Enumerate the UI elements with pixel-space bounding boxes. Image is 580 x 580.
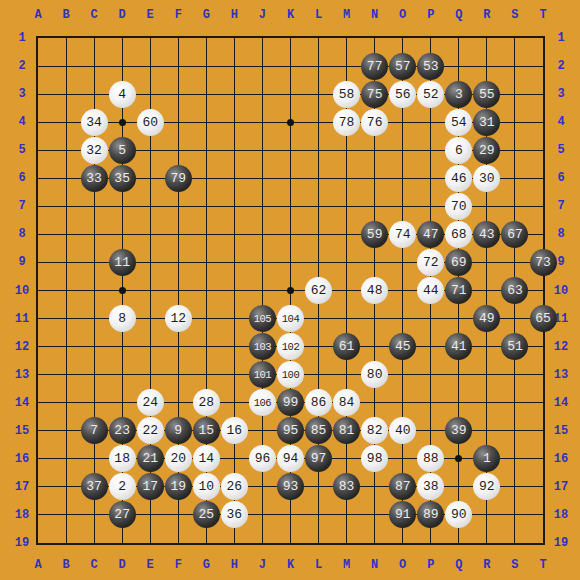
- stone-J14: 106: [249, 389, 276, 416]
- stone-number: 98: [367, 451, 383, 466]
- stone-D5: 5: [109, 137, 136, 164]
- col-label-top-G: G: [194, 8, 218, 22]
- stone-number: 9: [174, 423, 182, 438]
- stone-number: 2: [118, 479, 126, 494]
- col-label-top-K: K: [279, 8, 303, 22]
- stone-number: 41: [451, 339, 467, 354]
- stone-D15: 23: [109, 417, 136, 444]
- stone-number: 92: [479, 479, 495, 494]
- stone-number: 93: [283, 479, 299, 494]
- stone-number: 94: [283, 451, 299, 466]
- row-label-left-7: 7: [10, 199, 34, 213]
- stone-number: 24: [142, 395, 158, 410]
- stone-R5: 29: [473, 137, 500, 164]
- stone-number: 52: [423, 87, 439, 102]
- stone-number: 28: [199, 395, 215, 410]
- row-label-left-3: 3: [10, 87, 34, 101]
- stone-number: 8: [118, 311, 126, 326]
- stone-G14: 28: [193, 389, 220, 416]
- stone-number: 7: [90, 423, 98, 438]
- col-label-bottom-Q: Q: [447, 558, 471, 572]
- stone-M4: 78: [333, 109, 360, 136]
- col-label-bottom-P: P: [419, 558, 443, 572]
- stone-number: 25: [199, 507, 215, 522]
- stone-number: 76: [367, 115, 383, 130]
- stone-P2: 53: [417, 53, 444, 80]
- row-label-left-4: 4: [10, 115, 34, 129]
- stone-E15: 22: [137, 417, 164, 444]
- col-label-bottom-C: C: [82, 558, 106, 572]
- stone-K11: 104: [277, 305, 304, 332]
- stone-M3: 58: [333, 81, 360, 108]
- stone-D3: 4: [109, 81, 136, 108]
- star-point-D4: [119, 119, 126, 126]
- stone-E14: 24: [137, 389, 164, 416]
- stone-number: 95: [283, 423, 299, 438]
- stone-number: 1: [483, 451, 491, 466]
- col-label-top-J: J: [250, 8, 274, 22]
- row-label-left-19: 19: [10, 536, 34, 550]
- stone-number: 63: [507, 283, 523, 298]
- row-label-right-10: 10: [549, 284, 573, 298]
- stone-number: 33: [86, 171, 102, 186]
- stone-number: 45: [395, 339, 411, 354]
- stone-number: 49: [479, 311, 495, 326]
- stone-P9: 72: [417, 249, 444, 276]
- stone-N2: 77: [361, 53, 388, 80]
- stone-number: 79: [170, 171, 186, 186]
- stone-number: 51: [507, 339, 523, 354]
- stone-D16: 18: [109, 445, 136, 472]
- row-label-left-13: 13: [10, 368, 34, 382]
- stone-number: 89: [423, 507, 439, 522]
- stone-number: 97: [311, 451, 327, 466]
- row-label-left-1: 1: [10, 31, 34, 45]
- row-label-right-12: 12: [549, 340, 573, 354]
- stone-C17: 37: [81, 473, 108, 500]
- col-label-bottom-J: J: [250, 558, 274, 572]
- stone-number: 101: [254, 369, 271, 381]
- row-label-right-5: 5: [549, 143, 573, 157]
- stone-number: 65: [535, 311, 551, 326]
- stone-number: 46: [451, 171, 467, 186]
- row-label-right-8: 8: [549, 227, 573, 241]
- stone-F6: 79: [165, 165, 192, 192]
- stone-number: 88: [423, 451, 439, 466]
- star-point-K4: [287, 119, 294, 126]
- stone-number: 32: [86, 143, 102, 158]
- stone-number: 17: [142, 479, 158, 494]
- col-label-bottom-S: S: [503, 558, 527, 572]
- col-label-bottom-G: G: [194, 558, 218, 572]
- stone-number: 68: [451, 227, 467, 242]
- col-label-bottom-L: L: [307, 558, 331, 572]
- col-label-top-A: A: [26, 8, 50, 22]
- stone-number: 87: [395, 479, 411, 494]
- stone-E16: 21: [137, 445, 164, 472]
- row-label-left-9: 9: [10, 255, 34, 269]
- grid-line-v-O: [402, 38, 403, 543]
- col-label-top-S: S: [503, 8, 527, 22]
- stone-number: 11: [114, 255, 130, 270]
- col-label-top-D: D: [110, 8, 134, 22]
- col-label-top-P: P: [419, 8, 443, 22]
- stone-D6: 35: [109, 165, 136, 192]
- stone-Q4: 54: [445, 109, 472, 136]
- stone-number: 74: [395, 227, 411, 242]
- stone-number: 22: [142, 423, 158, 438]
- row-label-right-6: 6: [549, 171, 573, 185]
- stone-number: 15: [199, 423, 215, 438]
- stone-number: 31: [479, 115, 495, 130]
- stone-D18: 27: [109, 501, 136, 528]
- stone-number: 58: [339, 87, 355, 102]
- stone-O2: 57: [389, 53, 416, 80]
- col-label-bottom-B: B: [54, 558, 78, 572]
- col-label-bottom-T: T: [531, 558, 555, 572]
- col-label-bottom-R: R: [475, 558, 499, 572]
- col-label-top-M: M: [335, 8, 359, 22]
- row-label-right-2: 2: [549, 59, 573, 73]
- stone-G16: 14: [193, 445, 220, 472]
- row-label-left-2: 2: [10, 59, 34, 73]
- stone-number: 77: [367, 59, 383, 74]
- star-point-K10: [287, 287, 294, 294]
- stone-number: 106: [254, 397, 271, 409]
- stone-J12: 103: [249, 333, 276, 360]
- col-label-top-C: C: [82, 8, 106, 22]
- row-label-right-1: 1: [549, 31, 573, 45]
- col-label-top-Q: Q: [447, 8, 471, 22]
- stone-number: 12: [170, 311, 186, 326]
- stone-L10: 62: [305, 277, 332, 304]
- stone-number: 73: [535, 255, 551, 270]
- stone-Q5: 6: [445, 137, 472, 164]
- stone-number: 48: [367, 283, 383, 298]
- stone-G15: 15: [193, 417, 220, 444]
- stone-N4: 76: [361, 109, 388, 136]
- row-label-right-18: 18: [549, 508, 573, 522]
- row-label-left-18: 18: [10, 508, 34, 522]
- stone-F15: 9: [165, 417, 192, 444]
- col-label-bottom-H: H: [222, 558, 246, 572]
- stone-C6: 33: [81, 165, 108, 192]
- stone-number: 85: [311, 423, 327, 438]
- stone-T9: 73: [530, 249, 557, 276]
- stone-number: 71: [451, 283, 467, 298]
- col-label-top-L: L: [307, 8, 331, 22]
- stone-number: 6: [455, 143, 463, 158]
- stone-J11: 105: [249, 305, 276, 332]
- row-label-left-16: 16: [10, 452, 34, 466]
- stone-number: 34: [86, 115, 102, 130]
- stone-K12: 102: [277, 333, 304, 360]
- stone-O3: 56: [389, 81, 416, 108]
- stone-number: 59: [367, 227, 383, 242]
- go-board: AA11BB22CC33DD44EE55FF66GG77HH88JJ99KK10…: [0, 0, 580, 580]
- stone-number: 18: [114, 451, 130, 466]
- stone-number: 16: [227, 423, 243, 438]
- stone-number: 82: [367, 423, 383, 438]
- col-label-bottom-E: E: [138, 558, 162, 572]
- row-label-left-10: 10: [10, 284, 34, 298]
- stone-K13: 100: [277, 361, 304, 388]
- row-label-left-12: 12: [10, 340, 34, 354]
- stone-Q7: 70: [445, 193, 472, 220]
- stone-number: 90: [451, 507, 467, 522]
- col-label-bottom-K: K: [279, 558, 303, 572]
- col-label-top-N: N: [363, 8, 387, 22]
- stone-number: 105: [254, 313, 271, 325]
- stone-F17: 19: [165, 473, 192, 500]
- stone-E4: 60: [137, 109, 164, 136]
- stone-number: 99: [283, 395, 299, 410]
- row-label-left-15: 15: [10, 424, 34, 438]
- stone-number: 29: [479, 143, 495, 158]
- stone-number: 4: [118, 87, 126, 102]
- stone-number: 91: [395, 507, 411, 522]
- stone-number: 67: [507, 227, 523, 242]
- stone-number: 14: [199, 451, 215, 466]
- stone-number: 62: [311, 283, 327, 298]
- stone-number: 81: [339, 423, 355, 438]
- stone-T11: 65: [530, 305, 557, 332]
- stone-number: 70: [451, 199, 467, 214]
- row-label-left-8: 8: [10, 227, 34, 241]
- stone-number: 37: [86, 479, 102, 494]
- stone-number: 54: [451, 115, 467, 130]
- stone-R3: 55: [473, 81, 500, 108]
- stone-R6: 30: [473, 165, 500, 192]
- col-label-top-R: R: [475, 8, 499, 22]
- col-label-bottom-D: D: [110, 558, 134, 572]
- stone-H15: 16: [221, 417, 248, 444]
- stone-number: 102: [282, 341, 299, 353]
- col-label-bottom-F: F: [166, 558, 190, 572]
- stone-number: 27: [114, 507, 130, 522]
- stone-number: 3: [455, 87, 463, 102]
- stone-number: 44: [423, 283, 439, 298]
- stone-E17: 17: [137, 473, 164, 500]
- stone-P3: 52: [417, 81, 444, 108]
- stone-number: 84: [339, 395, 355, 410]
- stone-number: 26: [227, 479, 243, 494]
- stone-J13: 101: [249, 361, 276, 388]
- stone-C15: 7: [81, 417, 108, 444]
- row-label-right-13: 13: [549, 368, 573, 382]
- stone-number: 57: [395, 59, 411, 74]
- stone-number: 86: [311, 395, 327, 410]
- row-label-right-7: 7: [549, 199, 573, 213]
- stone-number: 53: [423, 59, 439, 74]
- col-label-bottom-M: M: [335, 558, 359, 572]
- row-label-right-3: 3: [549, 87, 573, 101]
- row-label-right-17: 17: [549, 480, 573, 494]
- stone-Q8: 68: [445, 221, 472, 248]
- stone-number: 40: [395, 423, 411, 438]
- stone-number: 83: [339, 479, 355, 494]
- col-label-bottom-A: A: [26, 558, 50, 572]
- stone-number: 96: [255, 451, 271, 466]
- row-label-right-19: 19: [549, 536, 573, 550]
- stone-number: 47: [423, 227, 439, 242]
- stone-N10: 48: [361, 277, 388, 304]
- stone-D17: 2: [109, 473, 136, 500]
- stone-N3: 75: [361, 81, 388, 108]
- stone-F16: 20: [165, 445, 192, 472]
- star-point-D10: [119, 287, 126, 294]
- stone-number: 19: [170, 479, 186, 494]
- col-label-top-B: B: [54, 8, 78, 22]
- col-label-bottom-O: O: [391, 558, 415, 572]
- stone-O8: 74: [389, 221, 416, 248]
- col-label-top-F: F: [166, 8, 190, 22]
- row-label-left-6: 6: [10, 171, 34, 185]
- stone-number: 43: [479, 227, 495, 242]
- stone-number: 75: [367, 87, 383, 102]
- stone-number: 60: [142, 115, 158, 130]
- stone-number: 61: [339, 339, 355, 354]
- stone-number: 30: [479, 171, 495, 186]
- row-label-right-14: 14: [549, 396, 573, 410]
- stone-number: 55: [479, 87, 495, 102]
- stone-number: 35: [114, 171, 130, 186]
- row-label-right-16: 16: [549, 452, 573, 466]
- stone-Q3: 3: [445, 81, 472, 108]
- stone-C5: 32: [81, 137, 108, 164]
- stone-number: 39: [451, 423, 467, 438]
- stone-number: 5: [118, 143, 126, 158]
- row-label-right-4: 4: [549, 115, 573, 129]
- stone-number: 38: [423, 479, 439, 494]
- row-label-right-15: 15: [549, 424, 573, 438]
- stone-F11: 12: [165, 305, 192, 332]
- stone-number: 56: [395, 87, 411, 102]
- row-label-left-14: 14: [10, 396, 34, 410]
- row-label-left-11: 11: [10, 312, 34, 326]
- stone-number: 103: [254, 341, 271, 353]
- stone-number: 21: [142, 451, 158, 466]
- stone-R4: 31: [473, 109, 500, 136]
- stone-Q6: 46: [445, 165, 472, 192]
- row-label-left-17: 17: [10, 480, 34, 494]
- col-label-top-E: E: [138, 8, 162, 22]
- col-label-top-O: O: [391, 8, 415, 22]
- stone-G17: 10: [193, 473, 220, 500]
- stone-number: 23: [114, 423, 130, 438]
- stone-number: 20: [170, 451, 186, 466]
- stone-number: 69: [451, 255, 467, 270]
- stone-D11: 8: [109, 305, 136, 332]
- stone-number: 10: [199, 479, 215, 494]
- stone-N8: 59: [361, 221, 388, 248]
- stone-number: 100: [282, 369, 299, 381]
- stone-number: 104: [282, 313, 299, 325]
- stone-P8: 47: [417, 221, 444, 248]
- col-label-top-H: H: [222, 8, 246, 22]
- stone-C4: 34: [81, 109, 108, 136]
- row-label-left-5: 5: [10, 143, 34, 157]
- stone-number: 78: [339, 115, 355, 130]
- stone-number: 72: [423, 255, 439, 270]
- stone-D9: 11: [109, 249, 136, 276]
- stone-number: 36: [227, 507, 243, 522]
- col-label-bottom-N: N: [363, 558, 387, 572]
- col-label-top-T: T: [531, 8, 555, 22]
- stone-number: 80: [367, 367, 383, 382]
